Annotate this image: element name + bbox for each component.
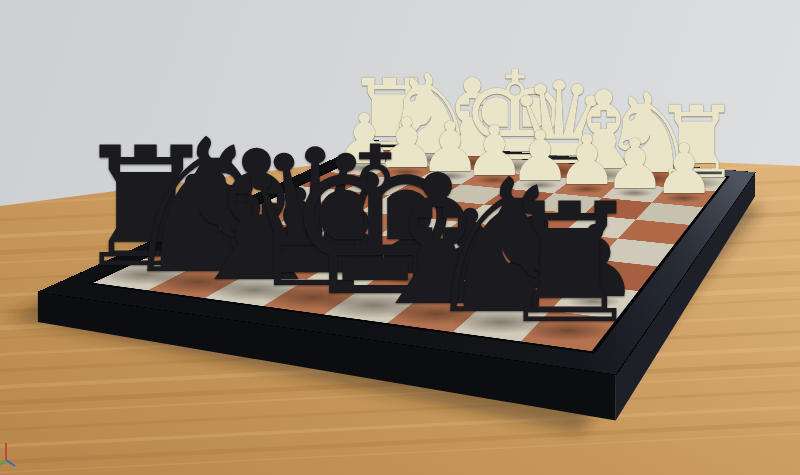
scene: ∙∙∙ ∙∙∙∙∙∙ ∙∙∙ ♜♞♝♚♛♝♞♜♟♟♟♟♟♟♟♟♟♟♟♟♟♟♟♟♜…: [0, 0, 800, 475]
watermark: ∙∙∙ ∙∙∙∙∙∙ ∙∙∙: [54, 464, 132, 472]
